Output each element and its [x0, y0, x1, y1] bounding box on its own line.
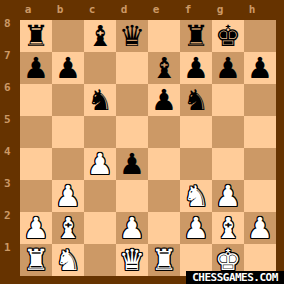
piece-black-knight: ♞ [180, 84, 212, 116]
square-d6 [116, 84, 148, 116]
square-a6 [20, 84, 52, 116]
square-h3 [244, 180, 276, 212]
square-d4: ♟ [116, 148, 148, 180]
square-b1: ♞ [52, 244, 84, 276]
square-e3 [148, 180, 180, 212]
rank-label-1: 1 [4, 242, 16, 253]
piece-black-rook: ♜ [180, 20, 212, 52]
piece-white-pawn: ♟ [52, 180, 84, 212]
piece-white-pawn: ♟ [244, 212, 276, 244]
chessgames-watermark-label: CHESSGAMES.COM [192, 271, 278, 284]
piece-black-pawn: ♟ [52, 52, 84, 84]
rank-label-8: 8 [4, 18, 16, 29]
square-f8: ♜ [180, 20, 212, 52]
square-b7: ♟ [52, 52, 84, 84]
piece-white-pawn: ♟ [84, 148, 116, 180]
square-b4 [52, 148, 84, 180]
square-g7: ♟ [212, 52, 244, 84]
piece-white-pawn: ♟ [180, 212, 212, 244]
square-c8: ♝ [84, 20, 116, 52]
piece-black-pawn: ♟ [116, 148, 148, 180]
piece-black-pawn: ♟ [244, 52, 276, 84]
square-g5 [212, 116, 244, 148]
piece-white-pawn: ♟ [212, 180, 244, 212]
square-d3 [116, 180, 148, 212]
square-g3: ♟ [212, 180, 244, 212]
square-e1: ♜ [148, 244, 180, 276]
square-g2: ♝ [212, 212, 244, 244]
chessgames-watermark: CHESSGAMES.COM [186, 271, 284, 284]
square-c6: ♞ [84, 84, 116, 116]
square-f6: ♞ [180, 84, 212, 116]
chess-board-diagram: ♜♝♛♜♚♟♟♝♟♟♟♞♟♞♟♟♟♞♟♟♝♟♟♝♟♜♞♛♜♚ abcdefgh8… [0, 0, 284, 284]
square-c5 [84, 116, 116, 148]
piece-white-knight: ♞ [180, 180, 212, 212]
piece-black-pawn: ♟ [148, 84, 180, 116]
square-b6 [52, 84, 84, 116]
piece-white-rook: ♜ [148, 244, 180, 276]
square-h2: ♟ [244, 212, 276, 244]
square-f4 [180, 148, 212, 180]
file-label-f: f [182, 4, 194, 16]
square-e5 [148, 116, 180, 148]
file-label-c: c [86, 4, 98, 16]
square-e2 [148, 212, 180, 244]
piece-black-pawn: ♟ [212, 52, 244, 84]
file-label-d: d [118, 4, 130, 16]
piece-black-queen: ♛ [116, 20, 148, 52]
square-h6 [244, 84, 276, 116]
square-f2: ♟ [180, 212, 212, 244]
square-e6: ♟ [148, 84, 180, 116]
square-e4 [148, 148, 180, 180]
square-b5 [52, 116, 84, 148]
square-f7: ♟ [180, 52, 212, 84]
square-c4: ♟ [84, 148, 116, 180]
rank-label-5: 5 [4, 114, 16, 125]
piece-white-queen: ♛ [116, 244, 148, 276]
file-label-h: h [246, 4, 258, 16]
square-g6 [212, 84, 244, 116]
piece-black-rook: ♜ [20, 20, 52, 52]
square-b3: ♟ [52, 180, 84, 212]
file-label-g: g [214, 4, 226, 16]
rank-label-2: 2 [4, 210, 16, 221]
file-label-b: b [54, 4, 66, 16]
chess-board: ♜♝♛♜♚♟♟♝♟♟♟♞♟♞♟♟♟♞♟♟♝♟♟♝♟♜♞♛♜♚ [20, 20, 276, 276]
piece-white-bishop: ♝ [212, 212, 244, 244]
square-b8 [52, 20, 84, 52]
piece-black-pawn: ♟ [20, 52, 52, 84]
piece-white-bishop: ♝ [52, 212, 84, 244]
square-d2: ♟ [116, 212, 148, 244]
square-e7: ♝ [148, 52, 180, 84]
square-a5 [20, 116, 52, 148]
square-h7: ♟ [244, 52, 276, 84]
piece-black-king: ♚ [212, 20, 244, 52]
square-d7 [116, 52, 148, 84]
rank-label-3: 3 [4, 178, 16, 189]
square-a3 [20, 180, 52, 212]
piece-black-pawn: ♟ [180, 52, 212, 84]
square-d8: ♛ [116, 20, 148, 52]
square-c1 [84, 244, 116, 276]
square-b2: ♝ [52, 212, 84, 244]
piece-black-bishop: ♝ [84, 20, 116, 52]
piece-white-knight: ♞ [52, 244, 84, 276]
piece-white-pawn: ♟ [20, 212, 52, 244]
square-f5 [180, 116, 212, 148]
square-c7 [84, 52, 116, 84]
piece-black-knight: ♞ [84, 84, 116, 116]
piece-black-bishop: ♝ [148, 52, 180, 84]
square-h5 [244, 116, 276, 148]
rank-label-4: 4 [4, 146, 16, 157]
square-a4 [20, 148, 52, 180]
square-d1: ♛ [116, 244, 148, 276]
square-f3: ♞ [180, 180, 212, 212]
square-h4 [244, 148, 276, 180]
square-a7: ♟ [20, 52, 52, 84]
file-label-e: e [150, 4, 162, 16]
file-label-a: a [22, 4, 34, 16]
square-a1: ♜ [20, 244, 52, 276]
square-c2 [84, 212, 116, 244]
square-c3 [84, 180, 116, 212]
square-a2: ♟ [20, 212, 52, 244]
rank-label-7: 7 [4, 50, 16, 61]
piece-white-rook: ♜ [20, 244, 52, 276]
piece-white-pawn: ♟ [116, 212, 148, 244]
square-g4 [212, 148, 244, 180]
square-a8: ♜ [20, 20, 52, 52]
square-g8: ♚ [212, 20, 244, 52]
square-h8 [244, 20, 276, 52]
square-d5 [116, 116, 148, 148]
rank-label-6: 6 [4, 82, 16, 93]
square-e8 [148, 20, 180, 52]
